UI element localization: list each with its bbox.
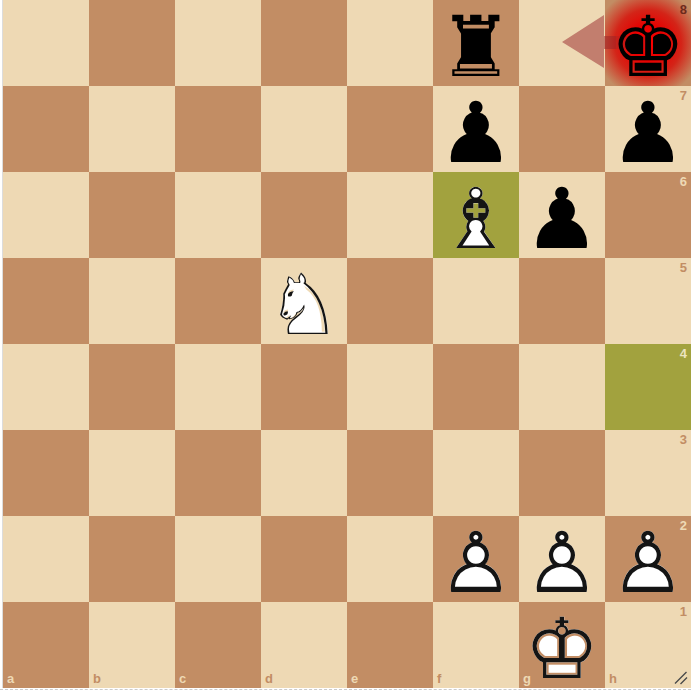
piece-white-pawn[interactable]: ♟♙ (519, 516, 605, 602)
square-h7[interactable]: 7♟ (605, 86, 691, 172)
piece-black-pawn[interactable]: ♟ (433, 86, 519, 172)
coord-rank-5: 5 (680, 261, 687, 274)
piece-white-king[interactable]: ♚♔ (519, 602, 605, 688)
square-f3[interactable] (433, 430, 519, 516)
square-f8[interactable]: ♜ (433, 0, 519, 86)
square-c6[interactable] (175, 172, 261, 258)
coord-rank-1: 1 (680, 605, 687, 618)
square-a2[interactable] (3, 516, 89, 602)
coord-file-e: e (351, 672, 358, 685)
piece-white-pawn[interactable]: ♟♙ (605, 516, 691, 602)
square-g3[interactable] (519, 430, 605, 516)
square-f7[interactable]: ♟ (433, 86, 519, 172)
square-g2[interactable]: ♟♙ (519, 516, 605, 602)
square-b1[interactable]: b (89, 602, 175, 688)
square-d4[interactable] (261, 344, 347, 430)
square-d5[interactable]: ♞♘ (261, 258, 347, 344)
piece-white-knight[interactable]: ♞♘ (261, 258, 347, 344)
square-b8[interactable] (89, 0, 175, 86)
coord-file-a: a (7, 672, 14, 685)
board-squares: ♜8♚♟7♟♝♗♟6♞♘543♟♙♟♙2♟♙abcdefg♚♔h1 (3, 0, 691, 688)
coord-file-f: f (437, 672, 441, 685)
square-c1[interactable]: c (175, 602, 261, 688)
piece-black-king[interactable]: ♚ (605, 0, 691, 86)
square-e6[interactable] (347, 172, 433, 258)
square-c7[interactable] (175, 86, 261, 172)
square-c8[interactable] (175, 0, 261, 86)
square-e3[interactable] (347, 430, 433, 516)
square-f4[interactable] (433, 344, 519, 430)
piece-black-pawn[interactable]: ♟ (605, 86, 691, 172)
chess-board: ♜8♚♟7♟♝♗♟6♞♘543♟♙♟♙2♟♙abcdefg♚♔h1 (3, 0, 691, 688)
square-d7[interactable] (261, 86, 347, 172)
square-h8[interactable]: 8♚ (605, 0, 691, 86)
square-b6[interactable] (89, 172, 175, 258)
coord-file-d: d (265, 672, 273, 685)
square-b3[interactable] (89, 430, 175, 516)
square-e1[interactable]: e (347, 602, 433, 688)
square-h3[interactable]: 3 (605, 430, 691, 516)
square-g6[interactable]: ♟ (519, 172, 605, 258)
coord-file-c: c (179, 672, 186, 685)
square-e8[interactable] (347, 0, 433, 86)
coord-rank-6: 6 (680, 175, 687, 188)
square-f5[interactable] (433, 258, 519, 344)
square-g5[interactable] (519, 258, 605, 344)
square-f2[interactable]: ♟♙ (433, 516, 519, 602)
square-a8[interactable] (3, 0, 89, 86)
board-resize-handle[interactable] (673, 670, 688, 685)
coord-file-h: h (609, 672, 617, 685)
resize-handle-lines (675, 672, 687, 684)
square-b5[interactable] (89, 258, 175, 344)
coord-rank-4: 4 (680, 347, 687, 360)
piece-white-pawn[interactable]: ♟♙ (433, 516, 519, 602)
square-a1[interactable]: a (3, 602, 89, 688)
square-a6[interactable] (3, 172, 89, 258)
piece-black-rook[interactable]: ♜ (433, 0, 519, 86)
square-b2[interactable] (89, 516, 175, 602)
square-e7[interactable] (347, 86, 433, 172)
square-b4[interactable] (89, 344, 175, 430)
square-h6[interactable]: 6 (605, 172, 691, 258)
square-g7[interactable] (519, 86, 605, 172)
square-a4[interactable] (3, 344, 89, 430)
page-edge-dashed-line (0, 689, 691, 690)
square-g8[interactable] (519, 0, 605, 86)
square-e4[interactable] (347, 344, 433, 430)
square-g4[interactable] (519, 344, 605, 430)
coord-file-b: b (93, 672, 101, 685)
square-f6[interactable]: ♝♗ (433, 172, 519, 258)
square-c5[interactable] (175, 258, 261, 344)
square-f1[interactable]: f (433, 602, 519, 688)
square-b7[interactable] (89, 86, 175, 172)
square-d8[interactable] (261, 0, 347, 86)
square-d1[interactable]: d (261, 602, 347, 688)
square-d6[interactable] (261, 172, 347, 258)
square-e5[interactable] (347, 258, 433, 344)
square-h5[interactable]: 5 (605, 258, 691, 344)
square-d3[interactable] (261, 430, 347, 516)
square-g1[interactable]: g♚♔ (519, 602, 605, 688)
piece-black-pawn[interactable]: ♟ (519, 172, 605, 258)
square-e2[interactable] (347, 516, 433, 602)
square-h2[interactable]: 2♟♙ (605, 516, 691, 602)
square-c4[interactable] (175, 344, 261, 430)
square-d2[interactable] (261, 516, 347, 602)
square-a7[interactable] (3, 86, 89, 172)
square-c2[interactable] (175, 516, 261, 602)
square-h4[interactable]: 4 (605, 344, 691, 430)
square-c3[interactable] (175, 430, 261, 516)
page: ♜8♚♟7♟♝♗♟6♞♘543♟♙♟♙2♟♙abcdefg♚♔h1 (0, 0, 691, 691)
coord-rank-3: 3 (680, 433, 687, 446)
square-a5[interactable] (3, 258, 89, 344)
square-a3[interactable] (3, 430, 89, 516)
piece-white-bishop[interactable]: ♝♗ (433, 172, 519, 258)
